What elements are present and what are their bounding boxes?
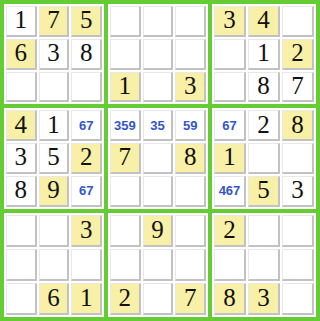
cell-r2c3[interactable]: 8 — [71, 39, 102, 70]
cell-r9c1[interactable] — [6, 283, 37, 315]
cell-digit: 6 — [15, 40, 28, 67]
sudoku-board: 1756381334128741673528967359355978672814… — [0, 0, 320, 321]
box-5: 359355978 — [108, 108, 212, 212]
cell-r4c6[interactable]: 59 — [175, 110, 206, 141]
cell-r3c7[interactable] — [214, 72, 246, 103]
cell-r2c5[interactable] — [143, 39, 174, 70]
cell-r7c7[interactable]: 2 — [214, 215, 246, 247]
cell-digit: 2 — [257, 112, 270, 139]
cell-digit: 3 — [257, 285, 270, 312]
pencil-marks: 467 — [219, 184, 241, 197]
cell-r2c1[interactable]: 6 — [6, 39, 37, 70]
cell-r3c2[interactable] — [39, 72, 70, 103]
cell-r5c7[interactable]: 1 — [214, 143, 246, 174]
cell-digit: 6 — [47, 285, 60, 312]
cell-r3c4[interactable]: 1 — [110, 72, 141, 103]
cell-r9c9[interactable] — [282, 283, 314, 315]
cell-digit: 2 — [223, 217, 236, 244]
cell-digit: 7 — [291, 73, 304, 100]
cell-digit: 1 — [15, 7, 28, 34]
cell-r3c5[interactable] — [143, 72, 174, 103]
cell-r7c2[interactable] — [39, 215, 70, 247]
box-6: 6728146753 — [212, 108, 316, 212]
cell-r8c4[interactable] — [110, 249, 141, 281]
cell-digit: 3 — [291, 177, 304, 204]
cell-r5c9[interactable] — [282, 143, 314, 174]
cell-r5c6[interactable]: 8 — [175, 143, 206, 174]
cell-r9c5[interactable] — [143, 283, 174, 315]
box-7: 361 — [4, 213, 108, 317]
cell-r9c3[interactable]: 1 — [71, 283, 102, 315]
cell-r3c6[interactable]: 3 — [175, 72, 206, 103]
cell-r1c5[interactable] — [143, 6, 174, 37]
cell-digit: 1 — [257, 40, 270, 67]
cell-r7c8[interactable] — [248, 215, 280, 247]
cell-digit: 1 — [47, 112, 60, 139]
cell-r8c2[interactable] — [39, 249, 70, 281]
cell-r8c7[interactable] — [214, 249, 246, 281]
cell-r2c6[interactable] — [175, 39, 206, 70]
cell-r2c2[interactable]: 3 — [39, 39, 70, 70]
cell-r1c7[interactable]: 3 — [214, 6, 246, 37]
box-3: 341287 — [212, 4, 316, 108]
cell-digit: 3 — [223, 7, 236, 34]
cell-digit: 5 — [80, 7, 93, 34]
cell-r2c9[interactable]: 2 — [282, 39, 314, 70]
cell-r4c7[interactable]: 67 — [214, 110, 246, 141]
cell-r2c8[interactable]: 1 — [248, 39, 280, 70]
cell-digit: 2 — [119, 285, 132, 312]
cell-r4c4[interactable]: 359 — [110, 110, 141, 141]
cell-digit: 9 — [151, 217, 164, 244]
cell-r8c6[interactable] — [175, 249, 206, 281]
box-9: 283 — [212, 213, 316, 317]
cell-r5c1[interactable]: 3 — [6, 143, 37, 174]
cell-r1c9[interactable] — [282, 6, 314, 37]
cell-r6c9[interactable]: 3 — [282, 176, 314, 207]
cell-r6c6[interactable] — [175, 176, 206, 207]
cell-digit: 4 — [15, 112, 28, 139]
cell-digit: 3 — [184, 73, 197, 100]
pencil-marks: 35 — [150, 119, 164, 132]
cell-r5c5[interactable] — [143, 143, 174, 174]
cell-r5c2[interactable]: 5 — [39, 143, 70, 174]
cell-digit: 3 — [80, 217, 93, 244]
box-8: 927 — [108, 213, 212, 317]
cell-r3c1[interactable] — [6, 72, 37, 103]
cell-r6c3[interactable]: 67 — [71, 176, 102, 207]
cell-r4c8[interactable]: 2 — [248, 110, 280, 141]
cell-r9c7[interactable]: 8 — [214, 283, 246, 315]
cell-r7c4[interactable] — [110, 215, 141, 247]
cell-r9c4[interactable]: 2 — [110, 283, 141, 315]
cell-r2c7[interactable] — [214, 39, 246, 70]
cell-digit: 1 — [223, 144, 236, 171]
pencil-marks: 67 — [79, 184, 93, 197]
cell-r7c3[interactable]: 3 — [71, 215, 102, 247]
cell-r5c4[interactable]: 7 — [110, 143, 141, 174]
cell-r8c9[interactable] — [282, 249, 314, 281]
cell-digit: 7 — [47, 7, 60, 34]
cell-r7c9[interactable] — [282, 215, 314, 247]
cell-r9c2[interactable]: 6 — [39, 283, 70, 315]
cell-r4c2[interactable]: 1 — [39, 110, 70, 141]
cell-digit: 8 — [184, 144, 197, 171]
cell-r1c6[interactable] — [175, 6, 206, 37]
pencil-marks: 359 — [114, 119, 136, 132]
cell-r1c1[interactable]: 1 — [6, 6, 37, 37]
cell-digit: 5 — [47, 144, 60, 171]
cell-r7c1[interactable] — [6, 215, 37, 247]
pencil-marks: 59 — [183, 119, 197, 132]
cell-r7c6[interactable] — [175, 215, 206, 247]
cell-r4c9[interactable]: 8 — [282, 110, 314, 141]
cell-r9c6[interactable]: 7 — [175, 283, 206, 315]
box-2: 13 — [108, 4, 212, 108]
cell-digit: 1 — [119, 73, 132, 100]
cell-digit: 3 — [15, 144, 28, 171]
cell-r6c5[interactable] — [143, 176, 174, 207]
cell-r8c1[interactable] — [6, 249, 37, 281]
cell-r4c5[interactable]: 35 — [143, 110, 174, 141]
cell-r5c8[interactable] — [248, 143, 280, 174]
cell-digit: 7 — [119, 144, 132, 171]
cell-digit: 8 — [291, 112, 304, 139]
pencil-marks: 67 — [222, 119, 236, 132]
cell-digit: 5 — [257, 177, 270, 204]
pencil-marks: 67 — [79, 119, 93, 132]
cell-r6c2[interactable]: 9 — [39, 176, 70, 207]
cell-r6c1[interactable]: 8 — [6, 176, 37, 207]
cell-r8c8[interactable] — [248, 249, 280, 281]
box-4: 41673528967 — [4, 108, 108, 212]
cell-digit: 8 — [80, 40, 93, 67]
cell-r3c3[interactable] — [71, 72, 102, 103]
cell-digit: 4 — [257, 7, 270, 34]
cell-r8c3[interactable] — [71, 249, 102, 281]
cell-r6c4[interactable] — [110, 176, 141, 207]
cell-digit: 2 — [291, 40, 304, 67]
cell-r5c3[interactable]: 2 — [71, 143, 102, 174]
cell-digit: 2 — [80, 144, 93, 171]
cell-r7c5[interactable]: 9 — [143, 215, 174, 247]
cell-r4c1[interactable]: 4 — [6, 110, 37, 141]
cell-r2c4[interactable] — [110, 39, 141, 70]
cell-r1c4[interactable] — [110, 6, 141, 37]
cell-r1c2[interactable]: 7 — [39, 6, 70, 37]
cell-r8c5[interactable] — [143, 249, 174, 281]
cell-digit: 8 — [257, 73, 270, 100]
cell-digit: 8 — [15, 177, 28, 204]
cell-digit: 1 — [80, 285, 93, 312]
cell-r9c8[interactable]: 3 — [248, 283, 280, 315]
cell-r6c7[interactable]: 467 — [214, 176, 246, 207]
cell-r3c9[interactable]: 7 — [282, 72, 314, 103]
box-1: 175638 — [4, 4, 108, 108]
cell-digit: 3 — [47, 40, 60, 67]
cell-digit: 8 — [223, 285, 236, 312]
cell-r3c8[interactable]: 8 — [248, 72, 280, 103]
cell-digit: 7 — [184, 285, 197, 312]
cell-r6c8[interactable]: 5 — [248, 176, 280, 207]
cell-digit: 9 — [47, 177, 60, 204]
cell-r4c3[interactable]: 67 — [71, 110, 102, 141]
cell-r1c8[interactable]: 4 — [248, 6, 280, 37]
cell-r1c3[interactable]: 5 — [71, 6, 102, 37]
